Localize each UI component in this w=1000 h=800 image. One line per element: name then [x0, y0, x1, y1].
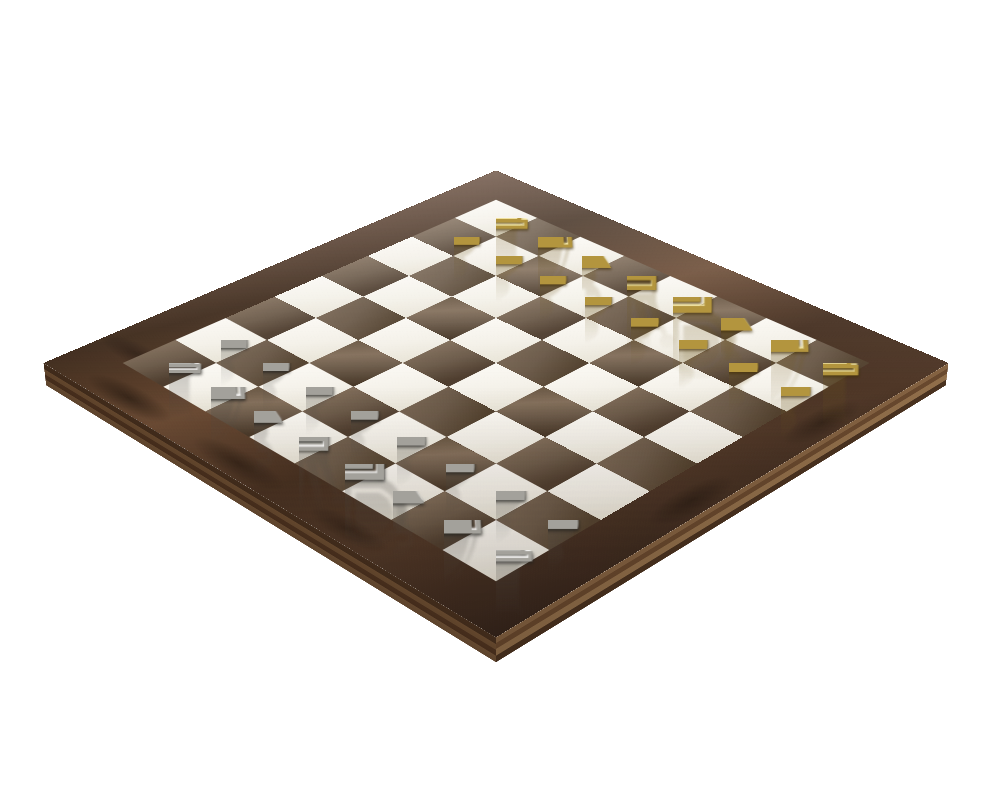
rook-glyph: ♜	[438, 453, 554, 582]
square-h7[interactable]: ♟♟	[734, 363, 829, 411]
chess-board: ♜♜♞♞♝♝♛♛♚♚♝♝♞♞♜♜♟♟♟♟♟♟♟♟♟♟♟♟♟♟♟♟♟♟♟♟♟♟♟♟…	[43, 170, 948, 637]
board-perspective-scene: ♜♜♞♞♝♝♛♛♚♚♝♝♞♞♜♜♟♟♟♟♟♟♟♟♟♟♟♟♟♟♟♟♟♟♟♟♟♟♟♟…	[176, 43, 816, 683]
product-photo-background: ♜♜♞♞♝♝♛♛♚♚♝♝♞♞♜♜♟♟♟♟♟♟♟♟♟♟♟♟♟♟♟♟♟♟♟♟♟♟♟♟…	[0, 0, 1000, 800]
board-grid: ♜♜♞♞♝♝♛♛♚♚♝♝♞♞♜♜♟♟♟♟♟♟♟♟♟♟♟♟♟♟♟♟♟♟♟♟♟♟♟♟…	[123, 200, 870, 581]
pawn-glyph: ♟	[738, 314, 825, 411]
square-h1[interactable]: ♜♜	[443, 520, 550, 581]
